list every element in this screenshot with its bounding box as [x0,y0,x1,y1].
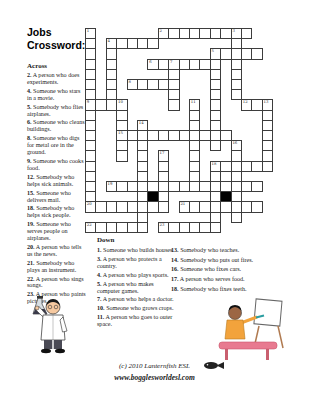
clue-item: 10. Someone who grows crops. [97,305,177,312]
clue-item: 13. Somebody who teaches. [171,247,303,254]
clue-item: 22. A person who sings songs. [27,276,86,290]
clue-item: 3. A person who protects a country. [97,256,177,270]
down-clue-list-2: 13. Somebody who teaches.14. Somebody wh… [171,247,303,296]
cell-number: 11 [191,100,196,104]
grid-cell[interactable] [168,99,179,110]
cell-number: 22 [87,223,92,227]
cell-number: 18 [212,162,217,166]
painter-clipart [217,296,289,364]
cell-number: 12 [243,100,248,104]
grid-cell[interactable] [147,38,158,49]
cell-number: 14 [139,121,144,125]
copyright-text: (c) 2010 Lanternfish ESL [0,362,309,370]
grid-cell[interactable] [262,161,273,172]
clue-item: 18. Somebody who fixes teeth. [171,286,303,293]
clue-item: 21. Somebody who plays an instrument. [27,260,86,274]
cell-number: 5 [212,49,214,53]
clue-item: 8. Someone who digs for metal ore in the… [27,135,86,156]
clue-item: 18. Somebody who helps sick people. [27,205,86,219]
clue-item: 16. Someone who fixes cars. [171,266,303,273]
cell-number: 2 [160,29,162,33]
clue-item: 11. A person who goes to outer space. [97,314,177,328]
cell-number: 6 [149,60,151,64]
clue-item: 14. Somebody who puts out fires. [171,257,303,264]
clue-item: 5. Somebody who flies airplanes. [27,104,86,118]
down-header: Down [97,236,115,244]
clue-item: 19. Someone who serves people on airplan… [27,221,86,242]
grid-cell[interactable] [116,150,127,161]
cell-number: 4 [108,39,110,43]
grid-cell[interactable] [251,48,262,59]
cell-number: 21 [180,202,185,206]
clue-item: 1. Someone who builds houses. [97,247,177,254]
clue-item: 6. Someone who cleans buildings. [27,119,86,133]
title-line-2: Crossword: [27,39,85,52]
clue-item: 9. Someone who cooks food. [27,158,86,172]
cell-number: 13 [264,100,269,104]
clue-item: 5. A person who makes computer games. [97,281,177,295]
grid-cell[interactable] [231,212,242,223]
cell-number: 23 [160,223,165,227]
clue-item: 12. Somebody who helps sick animals. [27,174,86,188]
clue-item: 4. Someone who stars in a movie. [27,88,86,102]
scientist-clipart [26,294,80,356]
grid-cell[interactable] [251,181,262,192]
grid-cell[interactable] [241,28,252,39]
grid-cell[interactable] [210,140,221,151]
cell-number: 10 [118,100,123,104]
crossword-grid: 1234567891011121314151617181920212223 [85,28,275,236]
cell-number: 16 [232,141,237,145]
cell-number: 17 [160,151,165,155]
worksheet-page: Jobs Crossword: Across 2. A person who d… [0,0,309,400]
lanternfish-logo-icon [203,361,225,370]
clue-item: 20. A person who tells us the news. [27,244,86,258]
grid-cell[interactable] [137,222,148,233]
across-header: Across [27,62,47,70]
across-clue-list: 2. A person who does experiments.4. Some… [27,72,86,307]
title-line-1: Jobs [27,26,85,39]
cell-number: 1 [87,29,89,33]
page-title: Jobs Crossword: [27,26,85,51]
clue-item: 15. Someone who delivers mail. [27,190,86,204]
clue-item: 7. A person who helps a doctor. [97,296,177,303]
clue-item: 4. A person who plays sports. [97,272,177,279]
cell-number: 8 [128,80,130,84]
grid-cell[interactable] [210,222,221,233]
cell-number: 3 [232,29,234,33]
cell-number: 9 [87,100,89,104]
cell-number: 7 [170,60,172,64]
website-text: www.bogglesworldesl.com [0,373,309,382]
artifact-cell [85,191,96,202]
clue-item: 2. A person who does experiments. [27,72,86,86]
down-clue-list-1: 1. Someone who builds houses.3. A person… [97,247,177,330]
clue-item: 17. A person who serves food. [171,276,303,283]
cell-number: 19 [108,182,113,186]
grid-cell[interactable] [158,201,169,212]
cell-number: 20 [87,202,92,206]
cell-number: 15 [118,131,123,135]
grid-cell[interactable] [251,201,262,212]
